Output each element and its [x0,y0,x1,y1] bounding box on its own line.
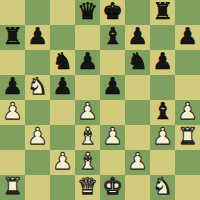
square-f5[interactable] [125,75,150,100]
square-c4[interactable] [50,100,75,125]
square-h3[interactable]: ♜ [175,125,200,150]
square-a5[interactable]: ♟ [0,75,25,100]
square-b5[interactable]: ♞ [25,75,50,100]
square-d3[interactable]: ♝ [75,125,100,150]
square-f7[interactable]: ♟ [125,25,150,50]
black-pawn-icon: ♟ [27,24,48,49]
square-h7[interactable]: ♟ [175,25,200,50]
square-d5[interactable] [75,75,100,100]
black-pawn-icon: ♟ [52,74,73,99]
square-h1[interactable] [175,175,200,200]
white-pawn-icon: ♟ [2,99,23,124]
square-f2[interactable]: ♟ [125,150,150,175]
square-c8[interactable] [50,0,75,25]
square-g8[interactable]: ♜ [150,0,175,25]
black-rook-icon: ♜ [2,24,23,49]
white-pawn-icon: ♟ [177,99,198,124]
square-b2[interactable] [25,150,50,175]
square-e1[interactable]: ♚ [100,175,125,200]
white-rook-icon: ♜ [2,174,23,199]
square-d6[interactable]: ♟ [75,50,100,75]
black-queen-icon: ♛ [77,0,98,24]
square-d4[interactable]: ♟ [75,100,100,125]
square-d1[interactable]: ♛ [75,175,100,200]
white-knight-icon: ♞ [152,174,173,199]
square-b6[interactable] [25,50,50,75]
square-g5[interactable] [150,75,175,100]
black-pawn-icon: ♟ [177,24,198,49]
square-c7[interactable] [50,25,75,50]
square-e2[interactable] [100,150,125,175]
white-pawn-icon: ♟ [102,124,123,149]
square-d2[interactable]: ♝ [75,150,100,175]
black-knight-icon: ♞ [127,49,148,74]
square-d8[interactable]: ♛ [75,0,100,25]
square-a4[interactable]: ♟ [0,100,25,125]
square-g1[interactable]: ♞ [150,175,175,200]
square-h8[interactable] [175,0,200,25]
square-e7[interactable]: ♝ [100,25,125,50]
square-a2[interactable] [0,150,25,175]
square-b3[interactable]: ♟ [25,125,50,150]
square-a7[interactable]: ♜ [0,25,25,50]
square-e3[interactable]: ♟ [100,125,125,150]
chess-board: ♛♚♜♜♟♝♟♟♞♟♞♟♟♞♟♟♟♟♝♟♟♝♟♟♜♟♝♟♜♛♚♞ [0,0,200,200]
square-c2[interactable]: ♟ [50,150,75,175]
square-a3[interactable] [0,125,25,150]
square-c1[interactable] [50,175,75,200]
black-rook-icon: ♜ [152,0,173,24]
square-g3[interactable]: ♟ [150,125,175,150]
white-bishop-icon: ♝ [77,124,98,149]
square-d7[interactable] [75,25,100,50]
square-g4[interactable]: ♝ [150,100,175,125]
square-a1[interactable]: ♜ [0,175,25,200]
black-pawn-icon: ♟ [152,49,173,74]
white-king-icon: ♚ [102,174,123,199]
black-king-icon: ♚ [102,0,123,24]
white-bishop-icon: ♝ [77,149,98,174]
square-g6[interactable]: ♟ [150,50,175,75]
square-c6[interactable]: ♞ [50,50,75,75]
white-pawn-icon: ♟ [27,124,48,149]
white-queen-icon: ♛ [77,174,98,199]
square-h2[interactable] [175,150,200,175]
white-rook-icon: ♜ [177,124,198,149]
square-h5[interactable] [175,75,200,100]
square-e5[interactable]: ♟ [100,75,125,100]
square-b8[interactable] [25,0,50,25]
square-a6[interactable] [0,50,25,75]
square-a8[interactable] [0,0,25,25]
square-b4[interactable] [25,100,50,125]
square-g2[interactable] [150,150,175,175]
black-pawn-icon: ♟ [77,49,98,74]
black-pawn-icon: ♟ [2,74,23,99]
square-e6[interactable] [100,50,125,75]
black-pawn-icon: ♟ [127,24,148,49]
white-pawn-icon: ♟ [127,149,148,174]
white-pawn-icon: ♟ [77,99,98,124]
square-b1[interactable] [25,175,50,200]
square-f4[interactable] [125,100,150,125]
white-pawn-icon: ♟ [152,124,173,149]
black-bishop-icon: ♝ [152,99,173,124]
square-e4[interactable] [100,100,125,125]
square-g7[interactable] [150,25,175,50]
square-c3[interactable] [50,125,75,150]
square-f1[interactable] [125,175,150,200]
white-knight-icon: ♞ [27,74,48,99]
square-h4[interactable]: ♟ [175,100,200,125]
square-c5[interactable]: ♟ [50,75,75,100]
square-f6[interactable]: ♞ [125,50,150,75]
square-h6[interactable] [175,50,200,75]
black-knight-icon: ♞ [52,49,73,74]
square-f8[interactable] [125,0,150,25]
square-b7[interactable]: ♟ [25,25,50,50]
square-e8[interactable]: ♚ [100,0,125,25]
black-bishop-icon: ♝ [102,24,123,49]
black-pawn-icon: ♟ [102,74,123,99]
white-pawn-icon: ♟ [52,149,73,174]
square-f3[interactable] [125,125,150,150]
